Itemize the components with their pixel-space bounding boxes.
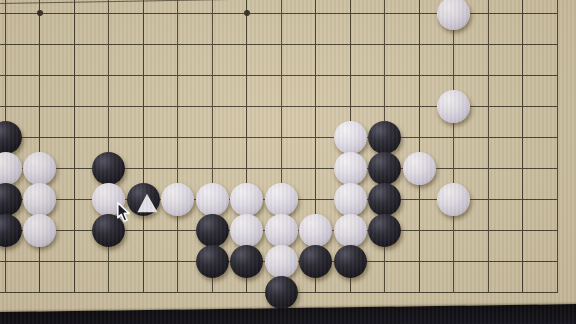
board-point-G1[interactable] (126, 277, 161, 308)
board-point-F10[interactable] (91, 0, 126, 29)
board-point-S6[interactable] (505, 122, 540, 153)
board-point-E7[interactable] (57, 91, 92, 122)
white-stone-C5 (0, 152, 22, 185)
board-point-O5[interactable] (367, 153, 402, 184)
white-stone-L2 (265, 245, 298, 278)
white-stone-L3 (265, 214, 298, 247)
board-point-S5[interactable] (505, 153, 540, 184)
board-point-D1[interactable] (22, 277, 57, 308)
white-stone-L4 (265, 183, 298, 216)
board-point-L9[interactable] (264, 29, 299, 60)
white-stone-Q4 (437, 183, 470, 216)
board-point-C2[interactable] (0, 246, 22, 277)
black-stone-C4 (0, 183, 22, 216)
board-point-C7[interactable] (0, 91, 22, 122)
board-point-M9[interactable] (298, 29, 333, 60)
board-point-Q2[interactable] (436, 246, 471, 277)
board-point-R10[interactable] (471, 0, 506, 29)
board-point-P1[interactable] (402, 277, 437, 308)
black-stone-F5 (92, 152, 125, 185)
board-point-J4[interactable] (195, 184, 230, 215)
board-point-C8[interactable] (0, 60, 22, 91)
board-point-T8[interactable] (540, 60, 575, 91)
board-point-K8[interactable] (229, 60, 264, 91)
board-point-K2[interactable] (229, 246, 264, 277)
board-point-J10[interactable] (195, 0, 230, 29)
board-point-S4[interactable] (505, 184, 540, 215)
black-stone-C3 (0, 214, 22, 247)
black-stone-O6 (368, 121, 401, 154)
board-point-K9[interactable] (229, 29, 264, 60)
board-point-P7[interactable] (402, 91, 437, 122)
board-point-J1[interactable] (195, 277, 230, 308)
white-stone-P5 (403, 152, 436, 185)
board-point-M6[interactable] (298, 122, 333, 153)
board-point-O6[interactable] (367, 122, 402, 153)
board-point-Q8[interactable] (436, 60, 471, 91)
board-point-N8[interactable] (333, 60, 368, 91)
board-point-T7[interactable] (540, 91, 575, 122)
board-point-G6[interactable] (126, 122, 161, 153)
board-point-L2[interactable] (264, 246, 299, 277)
board-point-S10[interactable] (505, 0, 540, 29)
board-point-R7[interactable] (471, 91, 506, 122)
board-point-M5[interactable] (298, 153, 333, 184)
white-stone-J4 (196, 183, 229, 216)
board-point-G2[interactable] (126, 246, 161, 277)
board-point-T1[interactable] (540, 277, 575, 308)
board-point-R9[interactable] (471, 29, 506, 60)
board-point-E10[interactable] (57, 0, 92, 29)
board-point-S7[interactable] (505, 91, 540, 122)
board-point-Q6[interactable] (436, 122, 471, 153)
board-point-D5[interactable] (22, 153, 57, 184)
board-point-Q3[interactable] (436, 215, 471, 246)
board-point-S2[interactable] (505, 246, 540, 277)
board-point-M1[interactable] (298, 277, 333, 308)
board-point-R2[interactable] (471, 246, 506, 277)
board-point-K1[interactable] (229, 277, 264, 308)
board-point-L3[interactable] (264, 215, 299, 246)
board-point-L7[interactable] (264, 91, 299, 122)
board-point-R1[interactable] (471, 277, 506, 308)
board-point-C3[interactable] (0, 215, 22, 246)
black-stone-L1 (265, 276, 298, 309)
black-stone-M2 (299, 245, 332, 278)
board-point-H4[interactable] (160, 184, 195, 215)
board-point-K6[interactable] (229, 122, 264, 153)
board-point-F6[interactable] (91, 122, 126, 153)
white-stone-K4 (230, 183, 263, 216)
star-point-D10 (37, 10, 43, 16)
board-point-H1[interactable] (160, 277, 195, 308)
white-stone-D4 (23, 183, 56, 216)
board-point-M7[interactable] (298, 91, 333, 122)
board-point-Q7[interactable] (436, 91, 471, 122)
board-point-D3[interactable] (22, 215, 57, 246)
board-point-J6[interactable] (195, 122, 230, 153)
board-point-S8[interactable] (505, 60, 540, 91)
board-point-J9[interactable] (195, 29, 230, 60)
black-stone-O3 (368, 214, 401, 247)
board-point-N10[interactable] (333, 0, 368, 29)
board-point-H6[interactable] (160, 122, 195, 153)
board-point-Q9[interactable] (436, 29, 471, 60)
board-point-E5[interactable] (57, 153, 92, 184)
board-point-C5[interactable] (0, 153, 22, 184)
board-point-K10[interactable] (229, 0, 264, 29)
black-stone-N2 (334, 245, 367, 278)
board-point-D6[interactable] (22, 122, 57, 153)
board-point-H8[interactable] (160, 60, 195, 91)
go-app-screenshot (0, 0, 576, 324)
board-point-P3[interactable] (402, 215, 437, 246)
board-point-J3[interactable] (195, 215, 230, 246)
board-point-O9[interactable] (367, 29, 402, 60)
board-point-C6[interactable] (0, 122, 22, 153)
white-stone-N5 (334, 152, 367, 185)
board-point-T10[interactable] (540, 0, 575, 29)
board-point-R5[interactable] (471, 153, 506, 184)
white-stone-D5 (23, 152, 56, 185)
board-point-T6[interactable] (540, 122, 575, 153)
board-point-N9[interactable] (333, 29, 368, 60)
black-stone-J3 (196, 214, 229, 247)
board-point-O3[interactable] (367, 215, 402, 246)
board-point-N2[interactable] (333, 246, 368, 277)
board-point-O8[interactable] (367, 60, 402, 91)
board-point-P6[interactable] (402, 122, 437, 153)
white-stone-K3 (230, 214, 263, 247)
board-point-O1[interactable] (367, 277, 402, 308)
board-point-C4[interactable] (0, 184, 22, 215)
board-point-Q4[interactable] (436, 184, 471, 215)
board-point-T2[interactable] (540, 246, 575, 277)
board-point-G5[interactable] (126, 153, 161, 184)
board-point-D8[interactable] (22, 60, 57, 91)
board-point-C10[interactable] (0, 0, 22, 29)
board-point-M2[interactable] (298, 246, 333, 277)
board-point-T9[interactable] (540, 29, 575, 60)
board-point-L6[interactable] (264, 122, 299, 153)
board-point-G9[interactable] (126, 29, 161, 60)
board-point-M3[interactable] (298, 215, 333, 246)
board-point-J2[interactable] (195, 246, 230, 277)
board-point-R6[interactable] (471, 122, 506, 153)
board-point-R3[interactable] (471, 215, 506, 246)
board-point-P2[interactable] (402, 246, 437, 277)
board-point-H5[interactable] (160, 153, 195, 184)
board-point-S1[interactable] (505, 277, 540, 308)
board-point-P8[interactable] (402, 60, 437, 91)
board-point-T4[interactable] (540, 184, 575, 215)
board-point-C1[interactable] (0, 277, 22, 308)
board-point-N7[interactable] (333, 91, 368, 122)
board-point-G8[interactable] (126, 60, 161, 91)
board-point-T5[interactable] (540, 153, 575, 184)
white-stone-N4 (334, 183, 367, 216)
board-point-R8[interactable] (471, 60, 506, 91)
board-point-O2[interactable] (367, 246, 402, 277)
board-point-O10[interactable] (367, 0, 402, 29)
board-point-F2[interactable] (91, 246, 126, 277)
board-point-L1[interactable] (264, 277, 299, 308)
board-point-G10[interactable] (126, 0, 161, 29)
board-point-F5[interactable] (91, 153, 126, 184)
board-point-E4[interactable] (57, 184, 92, 215)
board-point-F9[interactable] (91, 29, 126, 60)
board-point-K7[interactable] (229, 91, 264, 122)
board-point-D10[interactable] (22, 0, 57, 29)
white-stone-D3 (23, 214, 56, 247)
white-stone-Q10 (437, 0, 470, 30)
board-point-M4[interactable] (298, 184, 333, 215)
board-point-Q5[interactable] (436, 153, 471, 184)
mouse-cursor-icon (117, 202, 132, 223)
board-point-Q10[interactable] (436, 0, 471, 29)
board-point-F7[interactable] (91, 91, 126, 122)
black-stone-O4 (368, 183, 401, 216)
board-point-G7[interactable] (126, 91, 161, 122)
board-point-D7[interactable] (22, 91, 57, 122)
board-point-K4[interactable] (229, 184, 264, 215)
star-point-K10 (244, 10, 250, 16)
board-point-M10[interactable] (298, 0, 333, 29)
black-stone-C6 (0, 121, 22, 154)
board-point-P5[interactable] (402, 153, 437, 184)
board-point-K3[interactable] (229, 215, 264, 246)
board-point-E6[interactable] (57, 122, 92, 153)
board-point-N3[interactable] (333, 215, 368, 246)
board-point-L8[interactable] (264, 60, 299, 91)
board-point-H10[interactable] (160, 0, 195, 29)
board-point-J5[interactable] (195, 153, 230, 184)
board-point-C9[interactable] (0, 29, 22, 60)
board-point-P4[interactable] (402, 184, 437, 215)
board-point-L5[interactable] (264, 153, 299, 184)
white-stone-H4 (161, 183, 194, 216)
board-point-E2[interactable] (57, 246, 92, 277)
board-point-N1[interactable] (333, 277, 368, 308)
board-point-E1[interactable] (57, 277, 92, 308)
board-point-N6[interactable] (333, 122, 368, 153)
black-stone-O5 (368, 152, 401, 185)
board-point-Q1[interactable] (436, 277, 471, 308)
white-stone-M3 (299, 214, 332, 247)
board-point-M8[interactable] (298, 60, 333, 91)
board-point-E3[interactable] (57, 215, 92, 246)
board-point-F1[interactable] (91, 277, 126, 308)
board-point-E8[interactable] (57, 60, 92, 91)
board-point-K5[interactable] (229, 153, 264, 184)
board-point-S9[interactable] (505, 29, 540, 60)
white-stone-N3 (334, 214, 367, 247)
board-point-H2[interactable] (160, 246, 195, 277)
board-point-N5[interactable] (333, 153, 368, 184)
board-point-O4[interactable] (367, 184, 402, 215)
board-point-D9[interactable] (22, 29, 57, 60)
board-point-H9[interactable] (160, 29, 195, 60)
board-point-L4[interactable] (264, 184, 299, 215)
board-point-D4[interactable] (22, 184, 57, 215)
board-point-F8[interactable] (91, 60, 126, 91)
board-point-T3[interactable] (540, 215, 575, 246)
board-point-L10[interactable] (264, 0, 299, 29)
board-point-P9[interactable] (402, 29, 437, 60)
board-point-E9[interactable] (57, 29, 92, 60)
board-point-H3[interactable] (160, 215, 195, 246)
board-point-S3[interactable] (505, 215, 540, 246)
board-point-J8[interactable] (195, 60, 230, 91)
board-point-D2[interactable] (22, 246, 57, 277)
black-stone-K2 (230, 245, 263, 278)
board-point-P10[interactable] (402, 0, 437, 29)
white-stone-N6 (334, 121, 367, 154)
board-point-H7[interactable] (160, 91, 195, 122)
white-stone-Q7 (437, 90, 470, 123)
board-point-N4[interactable] (333, 184, 368, 215)
board-point-J7[interactable] (195, 91, 230, 122)
go-board (0, 0, 574, 308)
board-point-O7[interactable] (367, 91, 402, 122)
black-stone-J2 (196, 245, 229, 278)
board-point-R4[interactable] (471, 184, 506, 215)
